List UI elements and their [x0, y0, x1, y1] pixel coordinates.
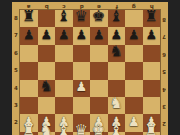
square-d4[interactable]: ♟ [73, 80, 91, 97]
square-f1[interactable]: ♝ [108, 132, 126, 135]
white-pawn-d4[interactable]: ♟ [73, 78, 91, 95]
square-b4[interactable]: ♞ [38, 80, 56, 97]
white-knight-b1[interactable]: ♞ [38, 122, 56, 135]
black-rook-a8[interactable]: ♜ [20, 8, 38, 25]
white-rook-h1[interactable]: ♜ [143, 122, 161, 135]
square-e5[interactable] [90, 62, 108, 79]
square-d6[interactable] [73, 45, 91, 62]
black-pawn-c7[interactable]: ♟ [55, 25, 73, 42]
white-rook-a1[interactable]: ♜ [20, 122, 38, 135]
white-knight-f3[interactable]: ♞ [108, 95, 126, 112]
chess-game-screen: ♜♝♛♚♝♜♟♟♟♟♟♟♟♟♞♞♟♞♟♟♟♟♟♟♟♜♞♝♛♚♝♜ abcdefg… [0, 0, 180, 135]
black-rook-h8[interactable]: ♜ [143, 8, 161, 25]
black-pawn-f7[interactable]: ♟ [108, 25, 126, 42]
square-g4[interactable] [125, 80, 143, 97]
square-e7[interactable]: ♟ [90, 27, 108, 44]
square-h1[interactable]: ♜ [143, 132, 161, 135]
square-h5[interactable] [143, 62, 161, 79]
square-g2[interactable]: ♟ [125, 114, 143, 131]
black-bishop-c8[interactable]: ♝ [55, 8, 73, 25]
square-g1[interactable] [125, 132, 143, 135]
white-queen-d1[interactable]: ♛ [73, 122, 91, 135]
rank-coordinate-strip-right [160, 2, 168, 135]
square-a7[interactable]: ♟ [20, 27, 38, 44]
black-queen-d8[interactable]: ♛ [73, 8, 91, 25]
black-knight-b4[interactable]: ♞ [38, 78, 56, 95]
square-a5[interactable] [20, 62, 38, 79]
square-c6[interactable] [55, 45, 73, 62]
black-pawn-g7[interactable]: ♟ [125, 25, 143, 42]
square-f5[interactable] [108, 62, 126, 79]
square-b6[interactable] [38, 45, 56, 62]
white-king-e1[interactable]: ♚ [90, 122, 108, 135]
black-pawn-h7[interactable]: ♟ [143, 25, 161, 42]
square-h6[interactable] [143, 45, 161, 62]
black-bishop-f8[interactable]: ♝ [108, 8, 126, 25]
square-e1[interactable]: ♚ [90, 132, 108, 135]
square-g7[interactable]: ♟ [125, 27, 143, 44]
square-f6[interactable]: ♞ [108, 45, 126, 62]
square-d1[interactable]: ♛ [73, 132, 91, 135]
square-b7[interactable]: ♟ [38, 27, 56, 44]
black-pawn-b7[interactable]: ♟ [38, 25, 56, 42]
square-a4[interactable] [20, 80, 38, 97]
square-g6[interactable] [125, 45, 143, 62]
rank-coordinate-strip-left [12, 2, 20, 135]
square-g5[interactable] [125, 62, 143, 79]
square-h4[interactable] [143, 80, 161, 97]
white-bishop-f1[interactable]: ♝ [108, 122, 126, 135]
black-king-e8[interactable]: ♚ [90, 8, 108, 25]
black-pawn-d7[interactable]: ♟ [73, 25, 91, 42]
square-a1[interactable]: ♜ [20, 132, 38, 135]
black-pawn-a7[interactable]: ♟ [20, 25, 38, 42]
square-d7[interactable]: ♟ [73, 27, 91, 44]
square-b1[interactable]: ♞ [38, 132, 56, 135]
square-a6[interactable] [20, 45, 38, 62]
square-e4[interactable] [90, 80, 108, 97]
white-bishop-c1[interactable]: ♝ [55, 122, 73, 135]
square-c1[interactable]: ♝ [55, 132, 73, 135]
black-knight-f6[interactable]: ♞ [108, 43, 126, 60]
square-c5[interactable] [55, 62, 73, 79]
square-c4[interactable] [55, 80, 73, 97]
square-h7[interactable]: ♟ [143, 27, 161, 44]
black-pawn-e7[interactable]: ♟ [90, 25, 108, 42]
square-e6[interactable] [90, 45, 108, 62]
square-d3[interactable] [73, 97, 91, 114]
chess-board[interactable]: ♜♝♛♚♝♜♟♟♟♟♟♟♟♟♞♞♟♞♟♟♟♟♟♟♟♜♞♝♛♚♝♜ [20, 10, 160, 135]
square-c7[interactable]: ♟ [55, 27, 73, 44]
white-pawn-g2[interactable]: ♟ [125, 112, 143, 129]
